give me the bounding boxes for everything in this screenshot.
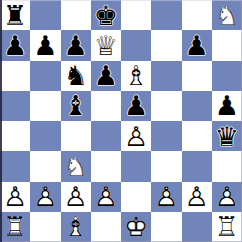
square-g1[interactable] [182, 212, 212, 242]
square-e4[interactable]: ♟♙ [121, 121, 151, 151]
square-g7[interactable]: ♟ [182, 30, 212, 60]
piece-outline: ♗ [121, 61, 151, 91]
square-b7[interactable]: ♟ [30, 30, 60, 60]
piece-outline: ♙ [61, 182, 91, 212]
square-g2[interactable]: ♟♙ [182, 182, 212, 212]
white-rook-piece[interactable]: ♜♖ [0, 212, 30, 242]
square-f1[interactable] [151, 212, 181, 242]
square-b6[interactable] [30, 61, 60, 91]
white-pawn-piece[interactable]: ♟♙ [91, 182, 121, 212]
square-g6[interactable] [182, 61, 212, 91]
piece-outline: ♘ [212, 0, 242, 30]
square-h1[interactable]: ♜♖ [212, 212, 242, 242]
square-b4[interactable] [30, 121, 60, 151]
square-c8[interactable] [61, 0, 91, 30]
square-a1[interactable]: ♜♖ [0, 212, 30, 242]
square-a3[interactable] [0, 151, 30, 181]
piece-outline: ♘ [61, 151, 91, 181]
square-b5[interactable] [30, 91, 60, 121]
piece-outline: ♔ [121, 212, 151, 242]
square-f6[interactable] [151, 61, 181, 91]
white-pawn-piece[interactable]: ♟♙ [212, 182, 242, 212]
square-c5[interactable]: ♝ [61, 91, 91, 121]
square-d4[interactable] [91, 121, 121, 151]
square-d7[interactable]: ♛♕ [91, 30, 121, 60]
piece-outline: ♕ [91, 30, 121, 60]
black-pawn-piece[interactable]: ♟ [121, 91, 151, 121]
white-pawn-piece[interactable]: ♟♙ [151, 182, 181, 212]
black-king-piece[interactable]: ♚ [91, 0, 121, 30]
square-h5[interactable]: ♟ [212, 91, 242, 121]
square-f2[interactable]: ♟♙ [151, 182, 181, 212]
chess-board: ♜♚♞♘♟♟♟♛♕♟♞♟♝♗♝♟♟♟♙♛♞♘♟♙♟♙♟♙♟♙♟♙♟♙♟♙♜♖♝♗… [0, 0, 242, 242]
square-b3[interactable] [30, 151, 60, 181]
square-d6[interactable]: ♟ [91, 61, 121, 91]
black-pawn-piece[interactable]: ♟ [0, 30, 30, 60]
square-a8[interactable]: ♜ [0, 0, 30, 30]
white-pawn-piece[interactable]: ♟♙ [61, 182, 91, 212]
piece-outline: ♖ [0, 212, 30, 242]
square-g5[interactable] [182, 91, 212, 121]
square-b8[interactable] [30, 0, 60, 30]
piece-outline: ♙ [30, 182, 60, 212]
square-h8[interactable]: ♞♘ [212, 0, 242, 30]
square-e2[interactable] [121, 182, 151, 212]
square-e5[interactable]: ♟ [121, 91, 151, 121]
square-c1[interactable]: ♝♗ [61, 212, 91, 242]
square-f3[interactable] [151, 151, 181, 181]
square-c7[interactable]: ♟ [61, 30, 91, 60]
square-a4[interactable] [0, 121, 30, 151]
square-f8[interactable] [151, 0, 181, 30]
square-a5[interactable] [0, 91, 30, 121]
piece-outline: ♙ [212, 182, 242, 212]
square-a6[interactable] [0, 61, 30, 91]
square-h3[interactable] [212, 151, 242, 181]
black-pawn-piece[interactable]: ♟ [212, 91, 242, 121]
square-b2[interactable]: ♟♙ [30, 182, 60, 212]
white-pawn-piece[interactable]: ♟♙ [0, 182, 30, 212]
black-queen-piece[interactable]: ♛ [212, 121, 242, 151]
square-d2[interactable]: ♟♙ [91, 182, 121, 212]
black-pawn-piece[interactable]: ♟ [182, 30, 212, 60]
piece-outline: ♖ [212, 212, 242, 242]
piece-outline: ♙ [151, 182, 181, 212]
black-pawn-piece[interactable]: ♟ [61, 30, 91, 60]
piece-outline: ♙ [121, 121, 151, 151]
square-d3[interactable] [91, 151, 121, 181]
square-a2[interactable]: ♟♙ [0, 182, 30, 212]
square-c2[interactable]: ♟♙ [61, 182, 91, 212]
white-pawn-piece[interactable]: ♟♙ [121, 121, 151, 151]
square-d8[interactable]: ♚ [91, 0, 121, 30]
square-h4[interactable]: ♛ [212, 121, 242, 151]
square-d1[interactable] [91, 212, 121, 242]
square-b1[interactable] [30, 212, 60, 242]
square-h7[interactable] [212, 30, 242, 60]
white-bishop-piece[interactable]: ♝♗ [121, 61, 151, 91]
square-e7[interactable] [121, 30, 151, 60]
square-g8[interactable] [182, 0, 212, 30]
white-pawn-piece[interactable]: ♟♙ [30, 182, 60, 212]
square-a7[interactable]: ♟ [0, 30, 30, 60]
square-f7[interactable] [151, 30, 181, 60]
square-c6[interactable]: ♞ [61, 61, 91, 91]
square-c4[interactable] [61, 121, 91, 151]
white-king-piece[interactable]: ♚♔ [121, 212, 151, 242]
white-queen-piece[interactable]: ♛♕ [91, 30, 121, 60]
piece-outline: ♙ [0, 182, 30, 212]
black-pawn-piece[interactable]: ♟ [30, 30, 60, 60]
square-f4[interactable] [151, 121, 181, 151]
black-rook-piece[interactable]: ♜ [0, 0, 30, 30]
square-f5[interactable] [151, 91, 181, 121]
white-bishop-piece[interactable]: ♝♗ [61, 212, 91, 242]
white-rook-piece[interactable]: ♜♖ [212, 212, 242, 242]
white-pawn-piece[interactable]: ♟♙ [182, 182, 212, 212]
white-knight-piece[interactable]: ♞♘ [61, 151, 91, 181]
square-g3[interactable] [182, 151, 212, 181]
black-bishop-piece[interactable]: ♝ [61, 91, 91, 121]
square-h2[interactable]: ♟♙ [212, 182, 242, 212]
square-h6[interactable] [212, 61, 242, 91]
square-e1[interactable]: ♚♔ [121, 212, 151, 242]
white-knight-piece[interactable]: ♞♘ [212, 0, 242, 30]
square-c3[interactable]: ♞♘ [61, 151, 91, 181]
piece-outline: ♙ [182, 182, 212, 212]
square-e3[interactable] [121, 151, 151, 181]
square-e6[interactable]: ♝♗ [121, 61, 151, 91]
black-knight-piece[interactable]: ♞ [61, 61, 91, 91]
piece-outline: ♗ [61, 212, 91, 242]
square-d5[interactable] [91, 91, 121, 121]
black-pawn-piece[interactable]: ♟ [91, 61, 121, 91]
square-e8[interactable] [121, 0, 151, 30]
piece-outline: ♙ [91, 182, 121, 212]
square-g4[interactable] [182, 121, 212, 151]
